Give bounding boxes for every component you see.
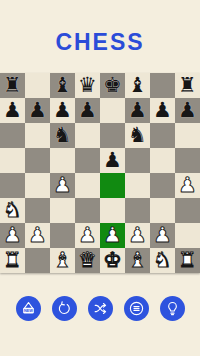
black-queen-d8[interactable]: ♛	[75, 73, 100, 98]
menu-icon	[128, 300, 145, 317]
square-b1[interactable]	[25, 248, 50, 273]
white-rook-a1[interactable]: ♜	[0, 248, 25, 273]
black-pawn-c7[interactable]: ♟	[50, 98, 75, 123]
square-e5[interactable]: ♟	[100, 148, 125, 173]
square-b4[interactable]	[25, 173, 50, 198]
square-h6[interactable]	[175, 123, 200, 148]
new-game-button[interactable]: NEW	[16, 296, 41, 321]
square-h5[interactable]	[175, 148, 200, 173]
square-c3[interactable]	[50, 198, 75, 223]
square-g5[interactable]	[150, 148, 175, 173]
square-d3[interactable]	[75, 198, 100, 223]
square-e3[interactable]	[100, 198, 125, 223]
undo-icon	[56, 300, 73, 317]
square-a5[interactable]	[0, 148, 25, 173]
square-a2[interactable]: ♟	[0, 223, 25, 248]
square-f3[interactable]	[125, 198, 150, 223]
black-bishop-c8[interactable]: ♝	[50, 73, 75, 98]
square-e1[interactable]: ♚	[100, 248, 125, 273]
white-pawn-a2[interactable]: ♟	[0, 223, 25, 248]
black-bishop-f8[interactable]: ♝	[125, 73, 150, 98]
black-rook-h8[interactable]: ♜	[175, 73, 200, 98]
square-f4[interactable]	[125, 173, 150, 198]
square-d4[interactable]	[75, 173, 100, 198]
lightbulb-icon	[164, 300, 181, 317]
square-e2[interactable]: ♟	[100, 223, 125, 248]
menu-button[interactable]	[124, 296, 149, 321]
square-e8[interactable]: ♚	[100, 73, 125, 98]
white-bishop-f1[interactable]: ♝	[125, 248, 150, 273]
white-pawn-f2[interactable]: ♟	[125, 223, 150, 248]
black-pawn-b7[interactable]: ♟	[25, 98, 50, 123]
white-pawn-h4[interactable]: ♟	[175, 173, 200, 198]
black-pawn-a7[interactable]: ♟	[0, 98, 25, 123]
white-queen-d1[interactable]: ♛	[75, 248, 100, 273]
white-pawn-b2[interactable]: ♟	[25, 223, 50, 248]
square-f5[interactable]	[125, 148, 150, 173]
square-e4[interactable]	[100, 173, 125, 198]
square-g8[interactable]	[150, 73, 175, 98]
square-g2[interactable]: ♟	[150, 223, 175, 248]
white-king-e1[interactable]: ♚	[100, 248, 125, 273]
new-badge-icon: NEW	[20, 300, 37, 317]
square-c6[interactable]: ♞	[50, 123, 75, 148]
square-f7[interactable]: ♟	[125, 98, 150, 123]
square-d5[interactable]	[75, 148, 100, 173]
black-pawn-d7[interactable]: ♟	[75, 98, 100, 123]
square-b2[interactable]: ♟	[25, 223, 50, 248]
square-c7[interactable]: ♟	[50, 98, 75, 123]
black-knight-f6[interactable]: ♞	[125, 123, 150, 148]
square-g1[interactable]: ♞	[150, 248, 175, 273]
square-h8[interactable]: ♜	[175, 73, 200, 98]
square-h1[interactable]: ♜	[175, 248, 200, 273]
square-b8[interactable]	[25, 73, 50, 98]
square-c5[interactable]	[50, 148, 75, 173]
square-d6[interactable]	[75, 123, 100, 148]
square-a1[interactable]: ♜	[0, 248, 25, 273]
chess-app: CHESS ♜♝♛♚♝♜♟♟♟♟♟♟♟♞♞♟♟♟♞♟♟♟♟♟♟♜♝♛♚♝♞♜ N…	[0, 0, 200, 356]
black-pawn-g7[interactable]: ♟	[150, 98, 175, 123]
white-pawn-d2[interactable]: ♟	[75, 223, 100, 248]
square-b3[interactable]	[25, 198, 50, 223]
square-e7[interactable]	[100, 98, 125, 123]
square-g4[interactable]	[150, 173, 175, 198]
chess-board[interactable]: ♜♝♛♚♝♜♟♟♟♟♟♟♟♞♞♟♟♟♞♟♟♟♟♟♟♜♝♛♚♝♞♜	[0, 73, 200, 273]
square-c2[interactable]	[50, 223, 75, 248]
white-pawn-c4[interactable]: ♟	[50, 173, 75, 198]
white-pawn-e2[interactable]: ♟	[100, 223, 125, 248]
toolbar: NEW	[0, 273, 200, 356]
square-d7[interactable]: ♟	[75, 98, 100, 123]
white-bishop-c1[interactable]: ♝	[50, 248, 75, 273]
shuffle-button[interactable]	[88, 296, 113, 321]
white-rook-h1[interactable]: ♜	[175, 248, 200, 273]
square-a3[interactable]: ♞	[0, 198, 25, 223]
square-g7[interactable]: ♟	[150, 98, 175, 123]
square-g3[interactable]	[150, 198, 175, 223]
square-a8[interactable]: ♜	[0, 73, 25, 98]
square-f8[interactable]: ♝	[125, 73, 150, 98]
square-d2[interactable]: ♟	[75, 223, 100, 248]
black-rook-a8[interactable]: ♜	[0, 73, 25, 98]
black-knight-c6[interactable]: ♞	[50, 123, 75, 148]
square-c8[interactable]: ♝	[50, 73, 75, 98]
square-d1[interactable]: ♛	[75, 248, 100, 273]
white-knight-g1[interactable]: ♞	[150, 248, 175, 273]
white-pawn-g2[interactable]: ♟	[150, 223, 175, 248]
square-f6[interactable]: ♞	[125, 123, 150, 148]
black-pawn-f7[interactable]: ♟	[125, 98, 150, 123]
shuffle-icon	[92, 300, 109, 317]
square-h4[interactable]: ♟	[175, 173, 200, 198]
square-b6[interactable]	[25, 123, 50, 148]
square-h7[interactable]: ♟	[175, 98, 200, 123]
square-a6[interactable]	[0, 123, 25, 148]
square-f1[interactable]: ♝	[125, 248, 150, 273]
square-c4[interactable]: ♟	[50, 173, 75, 198]
header: CHESS	[0, 0, 200, 73]
square-h3[interactable]	[175, 198, 200, 223]
black-pawn-h7[interactable]: ♟	[175, 98, 200, 123]
square-f2[interactable]: ♟	[125, 223, 150, 248]
square-h2[interactable]	[175, 223, 200, 248]
black-king-e8[interactable]: ♚	[100, 73, 125, 98]
svg-text:NEW: NEW	[24, 309, 33, 313]
square-a4[interactable]	[0, 173, 25, 198]
square-d8[interactable]: ♛	[75, 73, 100, 98]
app-title: CHESS	[55, 29, 144, 56]
white-knight-a3[interactable]: ♞	[0, 198, 25, 223]
square-c1[interactable]: ♝	[50, 248, 75, 273]
square-b7[interactable]: ♟	[25, 98, 50, 123]
undo-button[interactable]	[52, 296, 77, 321]
square-g6[interactable]	[150, 123, 175, 148]
black-pawn-e5[interactable]: ♟	[100, 148, 125, 173]
square-b5[interactable]	[25, 148, 50, 173]
hint-button[interactable]	[160, 296, 185, 321]
square-a7[interactable]: ♟	[0, 98, 25, 123]
square-e6[interactable]	[100, 123, 125, 148]
